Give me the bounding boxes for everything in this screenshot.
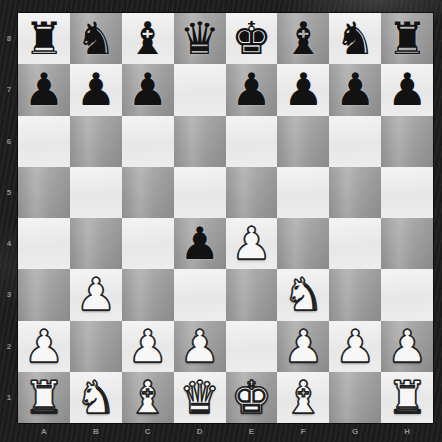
piece-white-pawn[interactable]: ♟ (226, 218, 278, 269)
square-a7[interactable]: ♟ (18, 64, 70, 115)
square-g5[interactable] (329, 167, 381, 218)
square-h5[interactable] (381, 167, 433, 218)
square-h7[interactable]: ♟ (381, 64, 433, 115)
piece-black-pawn[interactable]: ♟ (277, 64, 329, 115)
piece-black-queen[interactable]: ♛ (174, 13, 226, 64)
square-e3[interactable] (226, 269, 278, 320)
chess-board-frame: 87654321 ♜♞♝♛♚♝♞♜♟♟♟♟♟♟♟♟♟♟♞♟♟♟♟♟♟♜♞♝♛♚♝… (0, 0, 442, 442)
square-a3[interactable] (18, 269, 70, 320)
file-label-b: B (70, 423, 122, 440)
file-label-g: G (329, 423, 381, 440)
square-g2[interactable]: ♟ (329, 321, 381, 372)
piece-black-pawn[interactable]: ♟ (226, 64, 278, 115)
piece-white-rook[interactable]: ♜ (381, 372, 433, 423)
rank-label-3: 3 (0, 269, 18, 320)
square-d3[interactable] (174, 269, 226, 320)
file-label-e: E (226, 423, 278, 440)
square-d8[interactable]: ♛ (174, 13, 226, 64)
square-d5[interactable] (174, 167, 226, 218)
square-c2[interactable]: ♟ (122, 321, 174, 372)
square-d1[interactable]: ♛ (174, 372, 226, 423)
piece-white-pawn[interactable]: ♟ (174, 321, 226, 372)
piece-white-pawn[interactable]: ♟ (381, 321, 433, 372)
file-label-c: C (122, 423, 174, 440)
square-a8[interactable]: ♜ (18, 13, 70, 64)
rank-label-4: 4 (0, 218, 18, 269)
square-f4[interactable] (277, 218, 329, 269)
piece-black-rook[interactable]: ♜ (381, 13, 433, 64)
square-e6[interactable] (226, 116, 278, 167)
square-e5[interactable] (226, 167, 278, 218)
square-f8[interactable]: ♝ (277, 13, 329, 64)
piece-white-king[interactable]: ♚ (226, 372, 278, 423)
square-d2[interactable]: ♟ (174, 321, 226, 372)
piece-black-pawn[interactable]: ♟ (122, 64, 174, 115)
square-d6[interactable] (174, 116, 226, 167)
square-g7[interactable]: ♟ (329, 64, 381, 115)
file-label-a: A (18, 423, 70, 440)
piece-white-pawn[interactable]: ♟ (329, 321, 381, 372)
square-g3[interactable] (329, 269, 381, 320)
square-f3[interactable]: ♞ (277, 269, 329, 320)
square-b1[interactable]: ♞ (70, 372, 122, 423)
square-e4[interactable]: ♟ (226, 218, 278, 269)
square-a1[interactable]: ♜ (18, 372, 70, 423)
square-b8[interactable]: ♞ (70, 13, 122, 64)
square-f2[interactable]: ♟ (277, 321, 329, 372)
piece-black-pawn[interactable]: ♟ (381, 64, 433, 115)
square-c3[interactable] (122, 269, 174, 320)
square-c6[interactable] (122, 116, 174, 167)
square-e7[interactable]: ♟ (226, 64, 278, 115)
square-h6[interactable] (381, 116, 433, 167)
piece-white-pawn[interactable]: ♟ (18, 321, 70, 372)
piece-black-pawn[interactable]: ♟ (174, 218, 226, 269)
rank-label-1: 1 (0, 372, 18, 423)
rank-label-5: 5 (0, 167, 18, 218)
piece-white-bishop[interactable]: ♝ (122, 372, 174, 423)
piece-black-bishop[interactable]: ♝ (277, 13, 329, 64)
rank-label-2: 2 (0, 321, 18, 372)
piece-black-pawn[interactable]: ♟ (70, 64, 122, 115)
chess-board[interactable]: ♜♞♝♛♚♝♞♜♟♟♟♟♟♟♟♟♟♟♞♟♟♟♟♟♟♜♞♝♛♚♝♜ (18, 13, 433, 423)
piece-white-bishop[interactable]: ♝ (277, 372, 329, 423)
piece-black-rook[interactable]: ♜ (18, 13, 70, 64)
square-g4[interactable] (329, 218, 381, 269)
square-e1[interactable]: ♚ (226, 372, 278, 423)
square-f1[interactable]: ♝ (277, 372, 329, 423)
square-c7[interactable]: ♟ (122, 64, 174, 115)
file-label-d: D (174, 423, 226, 440)
file-label-f: F (277, 423, 329, 440)
rank-label-6: 6 (0, 116, 18, 167)
square-b2[interactable] (70, 321, 122, 372)
square-a6[interactable] (18, 116, 70, 167)
square-h3[interactable] (381, 269, 433, 320)
square-h4[interactable] (381, 218, 433, 269)
piece-white-queen[interactable]: ♛ (174, 372, 226, 423)
square-b3[interactable]: ♟ (70, 269, 122, 320)
piece-white-knight[interactable]: ♞ (70, 372, 122, 423)
square-a2[interactable]: ♟ (18, 321, 70, 372)
file-label-h: H (381, 423, 433, 440)
rank-label-8: 8 (0, 13, 18, 64)
piece-black-knight[interactable]: ♞ (70, 13, 122, 64)
square-g1[interactable] (329, 372, 381, 423)
file-labels: ABCDEFGH (18, 423, 433, 440)
square-d7[interactable] (174, 64, 226, 115)
piece-white-pawn[interactable]: ♟ (70, 269, 122, 320)
square-a5[interactable] (18, 167, 70, 218)
square-c8[interactable]: ♝ (122, 13, 174, 64)
square-d4[interactable]: ♟ (174, 218, 226, 269)
square-c4[interactable] (122, 218, 174, 269)
piece-black-bishop[interactable]: ♝ (122, 13, 174, 64)
piece-white-knight[interactable]: ♞ (277, 269, 329, 320)
piece-white-pawn[interactable]: ♟ (122, 321, 174, 372)
square-c5[interactable] (122, 167, 174, 218)
square-e8[interactable]: ♚ (226, 13, 278, 64)
square-h2[interactable]: ♟ (381, 321, 433, 372)
rank-label-7: 7 (0, 64, 18, 115)
piece-black-pawn[interactable]: ♟ (18, 64, 70, 115)
piece-black-knight[interactable]: ♞ (329, 13, 381, 64)
square-f6[interactable] (277, 116, 329, 167)
square-b5[interactable] (70, 167, 122, 218)
square-h8[interactable]: ♜ (381, 13, 433, 64)
square-e2[interactable] (226, 321, 278, 372)
piece-white-rook[interactable]: ♜ (18, 372, 70, 423)
square-a4[interactable] (18, 218, 70, 269)
rank-labels: 87654321 (0, 13, 18, 423)
square-b6[interactable] (70, 116, 122, 167)
piece-black-pawn[interactable]: ♟ (329, 64, 381, 115)
square-h1[interactable]: ♜ (381, 372, 433, 423)
square-g8[interactable]: ♞ (329, 13, 381, 64)
square-f7[interactable]: ♟ (277, 64, 329, 115)
piece-black-king[interactable]: ♚ (226, 13, 278, 64)
square-b4[interactable] (70, 218, 122, 269)
square-f5[interactable] (277, 167, 329, 218)
square-c1[interactable]: ♝ (122, 372, 174, 423)
square-g6[interactable] (329, 116, 381, 167)
piece-white-pawn[interactable]: ♟ (277, 321, 329, 372)
square-b7[interactable]: ♟ (70, 64, 122, 115)
